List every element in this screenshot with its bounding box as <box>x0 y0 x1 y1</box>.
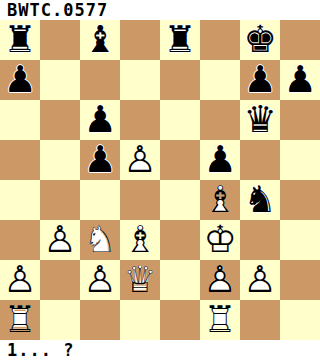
square-d1[interactable] <box>120 300 160 340</box>
square-h7[interactable]: ♟ <box>280 60 320 100</box>
square-f3[interactable]: ♚♔ <box>200 220 240 260</box>
square-c3[interactable]: ♞♘ <box>80 220 120 260</box>
square-g2[interactable]: ♟♙ <box>240 260 280 300</box>
white-bishop-icon: ♝♗ <box>120 220 160 260</box>
black-knight-icon: ♞ <box>240 180 280 220</box>
square-e4[interactable] <box>160 180 200 220</box>
puzzle-title: BWTC.0577 <box>0 0 320 20</box>
square-g6[interactable]: ♛ <box>240 100 280 140</box>
square-b1[interactable] <box>40 300 80 340</box>
square-f5[interactable]: ♟ <box>200 140 240 180</box>
square-c1[interactable] <box>80 300 120 340</box>
square-a1[interactable]: ♜♖ <box>0 300 40 340</box>
square-g1[interactable] <box>240 300 280 340</box>
square-d5[interactable]: ♟♙ <box>120 140 160 180</box>
square-g8[interactable]: ♚ <box>240 20 280 60</box>
square-f1[interactable]: ♜♖ <box>200 300 240 340</box>
square-f2[interactable]: ♟♙ <box>200 260 240 300</box>
black-rook-icon: ♜ <box>0 20 40 60</box>
square-e6[interactable] <box>160 100 200 140</box>
square-c5[interactable]: ♟ <box>80 140 120 180</box>
black-pawn-icon: ♟ <box>240 60 280 100</box>
white-pawn-icon: ♟♙ <box>0 260 40 300</box>
square-e1[interactable] <box>160 300 200 340</box>
square-a7[interactable]: ♟ <box>0 60 40 100</box>
square-a5[interactable] <box>0 140 40 180</box>
square-b2[interactable] <box>40 260 80 300</box>
square-f8[interactable] <box>200 20 240 60</box>
white-bishop-icon: ♝♗ <box>200 180 240 220</box>
square-d7[interactable] <box>120 60 160 100</box>
white-rook-icon: ♜♖ <box>0 300 40 340</box>
square-e3[interactable] <box>160 220 200 260</box>
square-b6[interactable] <box>40 100 80 140</box>
black-pawn-icon: ♟ <box>0 60 40 100</box>
move-prompt: 1... ? <box>0 340 320 360</box>
white-queen-icon: ♛♕ <box>120 260 160 300</box>
square-c7[interactable] <box>80 60 120 100</box>
square-e2[interactable] <box>160 260 200 300</box>
square-a6[interactable] <box>0 100 40 140</box>
black-bishop-icon: ♝ <box>80 20 120 60</box>
square-d6[interactable] <box>120 100 160 140</box>
square-e8[interactable]: ♜ <box>160 20 200 60</box>
square-c6[interactable]: ♟ <box>80 100 120 140</box>
white-knight-icon: ♞♘ <box>80 220 120 260</box>
square-b3[interactable]: ♟♙ <box>40 220 80 260</box>
black-king-icon: ♚ <box>240 20 280 60</box>
square-a8[interactable]: ♜ <box>0 20 40 60</box>
white-rook-icon: ♜♖ <box>200 300 240 340</box>
chess-puzzle-window: BWTC.0577 ♜♝♜♚♟♟♟♟♛♟♟♙♟♝♗♞♟♙♞♘♝♗♚♔♟♙♟♙♛♕… <box>0 0 320 360</box>
square-b5[interactable] <box>40 140 80 180</box>
square-b8[interactable] <box>40 20 80 60</box>
square-c4[interactable] <box>80 180 120 220</box>
square-f7[interactable] <box>200 60 240 100</box>
square-a4[interactable] <box>0 180 40 220</box>
black-pawn-icon: ♟ <box>280 60 320 100</box>
square-g4[interactable]: ♞ <box>240 180 280 220</box>
white-pawn-icon: ♟♙ <box>40 220 80 260</box>
white-pawn-icon: ♟♙ <box>120 140 160 180</box>
square-a2[interactable]: ♟♙ <box>0 260 40 300</box>
square-d8[interactable] <box>120 20 160 60</box>
square-g3[interactable] <box>240 220 280 260</box>
square-a3[interactable] <box>0 220 40 260</box>
white-pawn-icon: ♟♙ <box>200 260 240 300</box>
square-h6[interactable] <box>280 100 320 140</box>
square-b4[interactable] <box>40 180 80 220</box>
square-h2[interactable] <box>280 260 320 300</box>
square-b7[interactable] <box>40 60 80 100</box>
square-h4[interactable] <box>280 180 320 220</box>
square-e7[interactable] <box>160 60 200 100</box>
black-pawn-icon: ♟ <box>80 140 120 180</box>
black-pawn-icon: ♟ <box>200 140 240 180</box>
square-h1[interactable] <box>280 300 320 340</box>
square-d2[interactable]: ♛♕ <box>120 260 160 300</box>
white-king-icon: ♚♔ <box>200 220 240 260</box>
square-f4[interactable]: ♝♗ <box>200 180 240 220</box>
white-pawn-icon: ♟♙ <box>80 260 120 300</box>
white-pawn-icon: ♟♙ <box>240 260 280 300</box>
square-e5[interactable] <box>160 140 200 180</box>
square-h5[interactable] <box>280 140 320 180</box>
square-h8[interactable] <box>280 20 320 60</box>
chess-board: ♜♝♜♚♟♟♟♟♛♟♟♙♟♝♗♞♟♙♞♘♝♗♚♔♟♙♟♙♛♕♟♙♟♙♜♖♜♖ <box>0 20 320 340</box>
square-c2[interactable]: ♟♙ <box>80 260 120 300</box>
black-pawn-icon: ♟ <box>80 100 120 140</box>
square-c8[interactable]: ♝ <box>80 20 120 60</box>
square-d3[interactable]: ♝♗ <box>120 220 160 260</box>
square-h3[interactable] <box>280 220 320 260</box>
square-g7[interactable]: ♟ <box>240 60 280 100</box>
square-g5[interactable] <box>240 140 280 180</box>
square-f6[interactable] <box>200 100 240 140</box>
black-queen-icon: ♛ <box>240 100 280 140</box>
black-rook-icon: ♜ <box>160 20 200 60</box>
square-d4[interactable] <box>120 180 160 220</box>
